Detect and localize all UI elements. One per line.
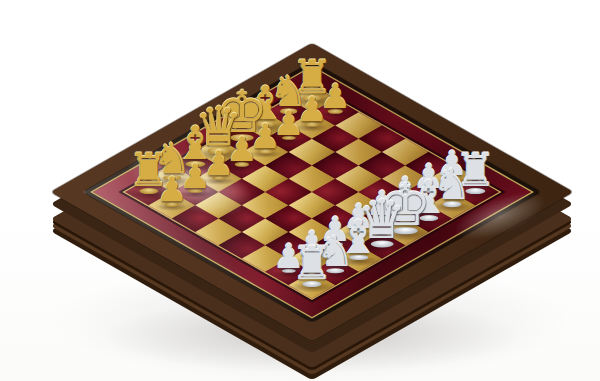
piece-gold-pawn-a7[interactable]: ♟	[157, 172, 187, 206]
chess-set-photo: ♜♞♝♛♚♝♞♜♟♟♟♟♟♟♟♟♟♟♟♟♟♟♟♟♜♞♝♛♚♝♞♜	[0, 0, 600, 381]
piece-silver-rook-a1[interactable]: ♜	[291, 240, 332, 286]
